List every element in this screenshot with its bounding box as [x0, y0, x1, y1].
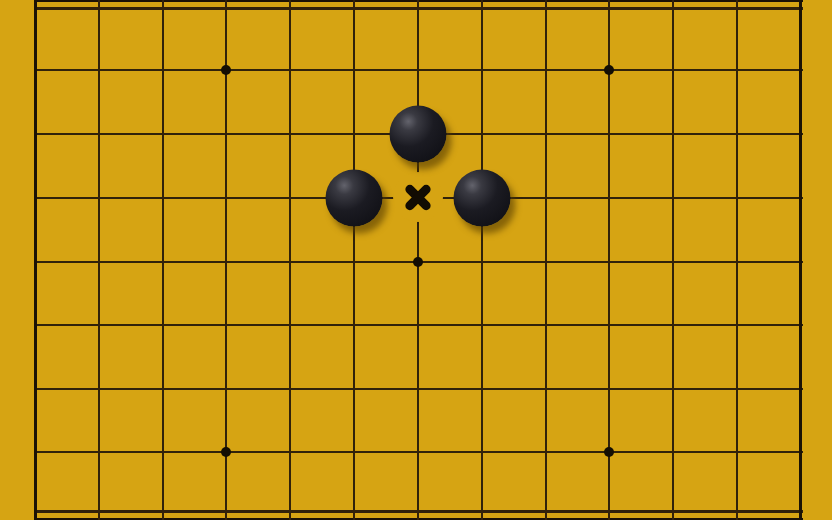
grid-line-v — [672, 0, 674, 520]
grid-line-v — [353, 0, 355, 520]
grid-line-v — [225, 0, 227, 520]
black-stone — [326, 170, 383, 227]
black-stone — [453, 170, 510, 227]
grid-line-v — [736, 0, 738, 520]
go-board[interactable] — [0, 0, 832, 520]
grid-line-v — [162, 0, 164, 520]
black-stone — [389, 106, 446, 163]
star-point — [604, 447, 614, 457]
grid-line-v — [289, 0, 291, 520]
star-point — [413, 257, 423, 267]
grid-line-v — [608, 0, 610, 520]
grid-line-v — [545, 0, 547, 520]
star-point — [221, 65, 231, 75]
grid-line-v — [481, 0, 483, 520]
star-point — [221, 447, 231, 457]
star-point — [604, 65, 614, 75]
board-border-line-v — [799, 0, 802, 520]
x-marker[interactable] — [401, 180, 435, 214]
board-border-line-v — [34, 0, 37, 520]
grid-line-v — [98, 0, 100, 520]
